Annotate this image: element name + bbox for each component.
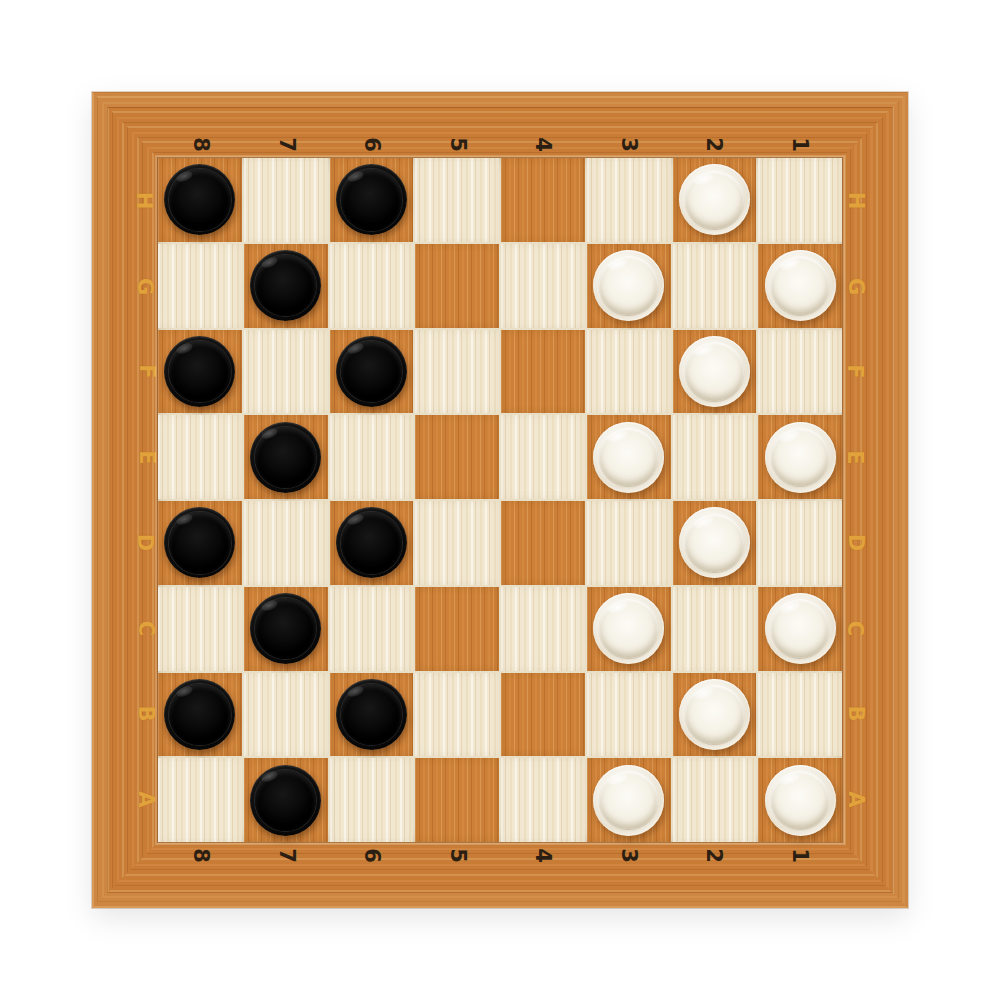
square-h5[interactable] — [415, 158, 499, 242]
black-checker-f8[interactable] — [164, 336, 235, 407]
square-g8[interactable] — [158, 244, 242, 328]
square-f5[interactable] — [415, 330, 499, 414]
square-h2[interactable] — [673, 158, 757, 242]
square-b2[interactable] — [673, 673, 757, 757]
white-checker-h2[interactable] — [679, 164, 750, 235]
square-b4[interactable] — [501, 673, 585, 757]
square-c1[interactable] — [758, 587, 842, 671]
square-d5[interactable] — [415, 501, 499, 585]
black-checker-e7[interactable] — [250, 422, 321, 493]
black-checker-d8[interactable] — [164, 507, 235, 578]
square-f1[interactable] — [758, 330, 842, 414]
white-checker-g3[interactable] — [593, 250, 664, 321]
square-a2[interactable] — [673, 758, 757, 842]
square-f3[interactable] — [587, 330, 671, 414]
checkers-board: 87654321 87654321 HGFEDCBA HGFEDCBA — [92, 92, 908, 908]
square-b3[interactable] — [587, 673, 671, 757]
black-checker-c7[interactable] — [250, 593, 321, 664]
black-checker-d6[interactable] — [336, 507, 407, 578]
white-checker-b2[interactable] — [679, 679, 750, 750]
square-c5[interactable] — [415, 587, 499, 671]
square-e1[interactable] — [758, 415, 842, 499]
square-b1[interactable] — [758, 673, 842, 757]
black-checker-b8[interactable] — [164, 679, 235, 750]
square-d8[interactable] — [158, 501, 242, 585]
square-d3[interactable] — [587, 501, 671, 585]
square-e4[interactable] — [501, 415, 585, 499]
square-c4[interactable] — [501, 587, 585, 671]
square-a8[interactable] — [158, 758, 242, 842]
square-d2[interactable] — [673, 501, 757, 585]
square-b5[interactable] — [415, 673, 499, 757]
square-h8[interactable] — [158, 158, 242, 242]
white-checker-e3[interactable] — [593, 422, 664, 493]
square-f2[interactable] — [673, 330, 757, 414]
square-e8[interactable] — [158, 415, 242, 499]
square-b8[interactable] — [158, 673, 242, 757]
square-f6[interactable] — [330, 330, 414, 414]
square-a1[interactable] — [758, 758, 842, 842]
square-a3[interactable] — [587, 758, 671, 842]
square-c2[interactable] — [673, 587, 757, 671]
square-e6[interactable] — [330, 415, 414, 499]
square-b7[interactable] — [244, 673, 328, 757]
square-h4[interactable] — [501, 158, 585, 242]
board-field — [158, 158, 842, 842]
square-e7[interactable] — [244, 415, 328, 499]
square-a6[interactable] — [330, 758, 414, 842]
square-e2[interactable] — [673, 415, 757, 499]
square-e3[interactable] — [587, 415, 671, 499]
black-checker-b6[interactable] — [336, 679, 407, 750]
square-f4[interactable] — [501, 330, 585, 414]
square-f8[interactable] — [158, 330, 242, 414]
square-a7[interactable] — [244, 758, 328, 842]
square-c6[interactable] — [330, 587, 414, 671]
black-checker-a7[interactable] — [250, 765, 321, 836]
white-checker-d2[interactable] — [679, 507, 750, 578]
square-a4[interactable] — [501, 758, 585, 842]
square-c8[interactable] — [158, 587, 242, 671]
square-c7[interactable] — [244, 587, 328, 671]
square-g7[interactable] — [244, 244, 328, 328]
square-g6[interactable] — [330, 244, 414, 328]
white-checker-c1[interactable] — [765, 593, 836, 664]
square-d4[interactable] — [501, 501, 585, 585]
square-b6[interactable] — [330, 673, 414, 757]
square-f7[interactable] — [244, 330, 328, 414]
square-h3[interactable] — [587, 158, 671, 242]
square-h6[interactable] — [330, 158, 414, 242]
white-checker-g1[interactable] — [765, 250, 836, 321]
black-checker-h6[interactable] — [336, 164, 407, 235]
white-checker-c3[interactable] — [593, 593, 664, 664]
black-checker-h8[interactable] — [164, 164, 235, 235]
white-checker-e1[interactable] — [765, 422, 836, 493]
square-c3[interactable] — [587, 587, 671, 671]
square-g4[interactable] — [501, 244, 585, 328]
black-checker-f6[interactable] — [336, 336, 407, 407]
square-g2[interactable] — [673, 244, 757, 328]
square-a5[interactable] — [415, 758, 499, 842]
square-d1[interactable] — [758, 501, 842, 585]
square-g1[interactable] — [758, 244, 842, 328]
white-checker-a3[interactable] — [593, 765, 664, 836]
square-h7[interactable] — [244, 158, 328, 242]
square-e5[interactable] — [415, 415, 499, 499]
white-checker-a1[interactable] — [765, 765, 836, 836]
photo-background: 87654321 87654321 HGFEDCBA HGFEDCBA — [0, 0, 1000, 1000]
square-d6[interactable] — [330, 501, 414, 585]
white-checker-f2[interactable] — [679, 336, 750, 407]
square-g3[interactable] — [587, 244, 671, 328]
black-checker-g7[interactable] — [250, 250, 321, 321]
square-d7[interactable] — [244, 501, 328, 585]
square-h1[interactable] — [758, 158, 842, 242]
square-g5[interactable] — [415, 244, 499, 328]
